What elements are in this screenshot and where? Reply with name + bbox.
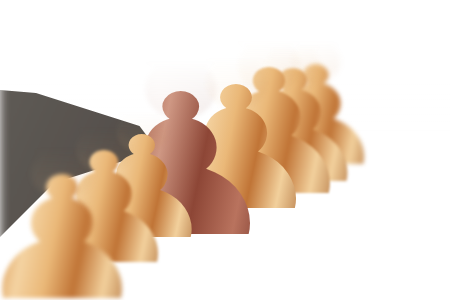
board-square — [186, 158, 256, 173]
board-square — [209, 170, 285, 187]
board-square — [9, 204, 85, 221]
chess-pawn-cream-6: ♟♟ — [226, 53, 312, 179]
board-square — [321, 165, 403, 183]
pawn-reflection: ♟ — [67, 47, 216, 188]
chess-pawn-cream-3: ♟♟ — [107, 122, 177, 225]
pawn-glyph: ♟ — [211, 51, 375, 206]
pawn-shadow — [10, 276, 115, 291]
board-square — [237, 183, 321, 201]
pawn-shadow — [216, 171, 322, 186]
board-square — [271, 200, 364, 221]
board-square — [177, 221, 271, 243]
board-square — [208, 243, 314, 271]
pawn-shadow — [184, 186, 289, 201]
pawn-glyph: ♟ — [67, 118, 216, 259]
pawn-glyph: ♟ — [0, 155, 152, 300]
board-square — [340, 199, 437, 221]
board-square — [368, 246, 450, 279]
board-square — [65, 220, 152, 240]
board-square — [306, 140, 378, 156]
board-square — [114, 173, 185, 188]
board-square — [42, 189, 114, 205]
board-square — [152, 202, 237, 221]
board-square — [403, 148, 450, 166]
board-square — [166, 148, 231, 162]
board-square — [0, 259, 27, 285]
board-square — [342, 151, 420, 168]
board-square — [242, 221, 341, 245]
pawn-reflection: ♟ — [0, 70, 152, 240]
board-square — [285, 153, 360, 169]
board-square — [72, 175, 141, 190]
pawn-glyph: ♟ — [77, 69, 284, 265]
depth-blur-overlay-far — [0, 82, 450, 134]
pawn-reflection: ♟ — [77, 0, 284, 167]
pawn-reflection: ♟ — [146, 0, 326, 150]
board-square — [27, 239, 119, 262]
board-square — [141, 160, 209, 175]
pawn-shadow — [99, 217, 186, 232]
board-grid — [0, 129, 450, 300]
board-square — [17, 220, 100, 239]
chess-pawn-cream-8: ♟♟ — [282, 52, 350, 152]
board-frame — [0, 120, 450, 300]
board-square — [118, 220, 208, 241]
pawn-glyph: ♟ — [23, 133, 185, 286]
board-square — [100, 265, 208, 297]
pawn-reflection: ♟ — [244, 0, 389, 116]
board-square — [209, 201, 298, 221]
pawn-reflection: ♟ — [211, 0, 375, 129]
board-square — [314, 221, 417, 246]
board-square — [417, 198, 450, 221]
board-square — [53, 203, 132, 220]
board-square — [248, 271, 368, 300]
board-square — [0, 220, 53, 238]
pawn-shadow — [121, 210, 242, 225]
board-square — [364, 180, 450, 200]
board-square — [0, 238, 17, 259]
chess-pawn-red-4: ♟♟ — [132, 75, 229, 218]
pawn-reflection: ♟ — [178, 0, 361, 134]
board-square — [283, 244, 394, 274]
board-square — [131, 186, 209, 203]
board-square — [100, 162, 166, 176]
chess-board — [0, 120, 450, 300]
board-square — [125, 151, 188, 164]
board-square — [0, 239, 65, 261]
chess-pawn-cream-1: ♟♟ — [20, 160, 104, 284]
board-square — [420, 134, 450, 151]
board-square — [170, 268, 283, 300]
photo-stage: ♟♟♟♟♟♟♟♟♟♟♟♟♟♟♟♟ — [0, 0, 450, 300]
pawn-glyph: ♟ — [244, 48, 389, 185]
chess-pawn-cream-7: ♟♟ — [255, 56, 332, 169]
board-square — [141, 242, 242, 268]
chess-pawn-cream-5: ♟♟ — [194, 70, 278, 194]
pawn-glyph: ♟ — [178, 48, 361, 221]
pawn-glyph: ♟ — [146, 65, 326, 235]
board-square — [437, 178, 450, 199]
board-square — [338, 275, 450, 300]
board-square — [297, 182, 384, 201]
board-square — [85, 188, 160, 204]
board-square — [234, 156, 307, 172]
pawn-shadow — [274, 144, 358, 159]
pawn-shadow — [245, 161, 340, 176]
board-square — [160, 172, 234, 188]
board-square — [209, 146, 276, 160]
board-square — [262, 168, 341, 185]
board-square — [182, 185, 263, 203]
board-square — [384, 163, 450, 182]
board-square — [39, 263, 141, 292]
board-square — [361, 137, 435, 153]
board-square — [394, 221, 450, 248]
chess-pawn-cream-2: ♟♟ — [66, 138, 142, 250]
pawn-reflection: ♟ — [23, 57, 185, 210]
board-square — [81, 241, 177, 266]
pawn-shadow — [57, 242, 151, 257]
board-square — [0, 261, 81, 289]
board-left-frame-blur — [0, 0, 450, 300]
board-square — [256, 143, 325, 158]
board-square — [100, 203, 182, 221]
